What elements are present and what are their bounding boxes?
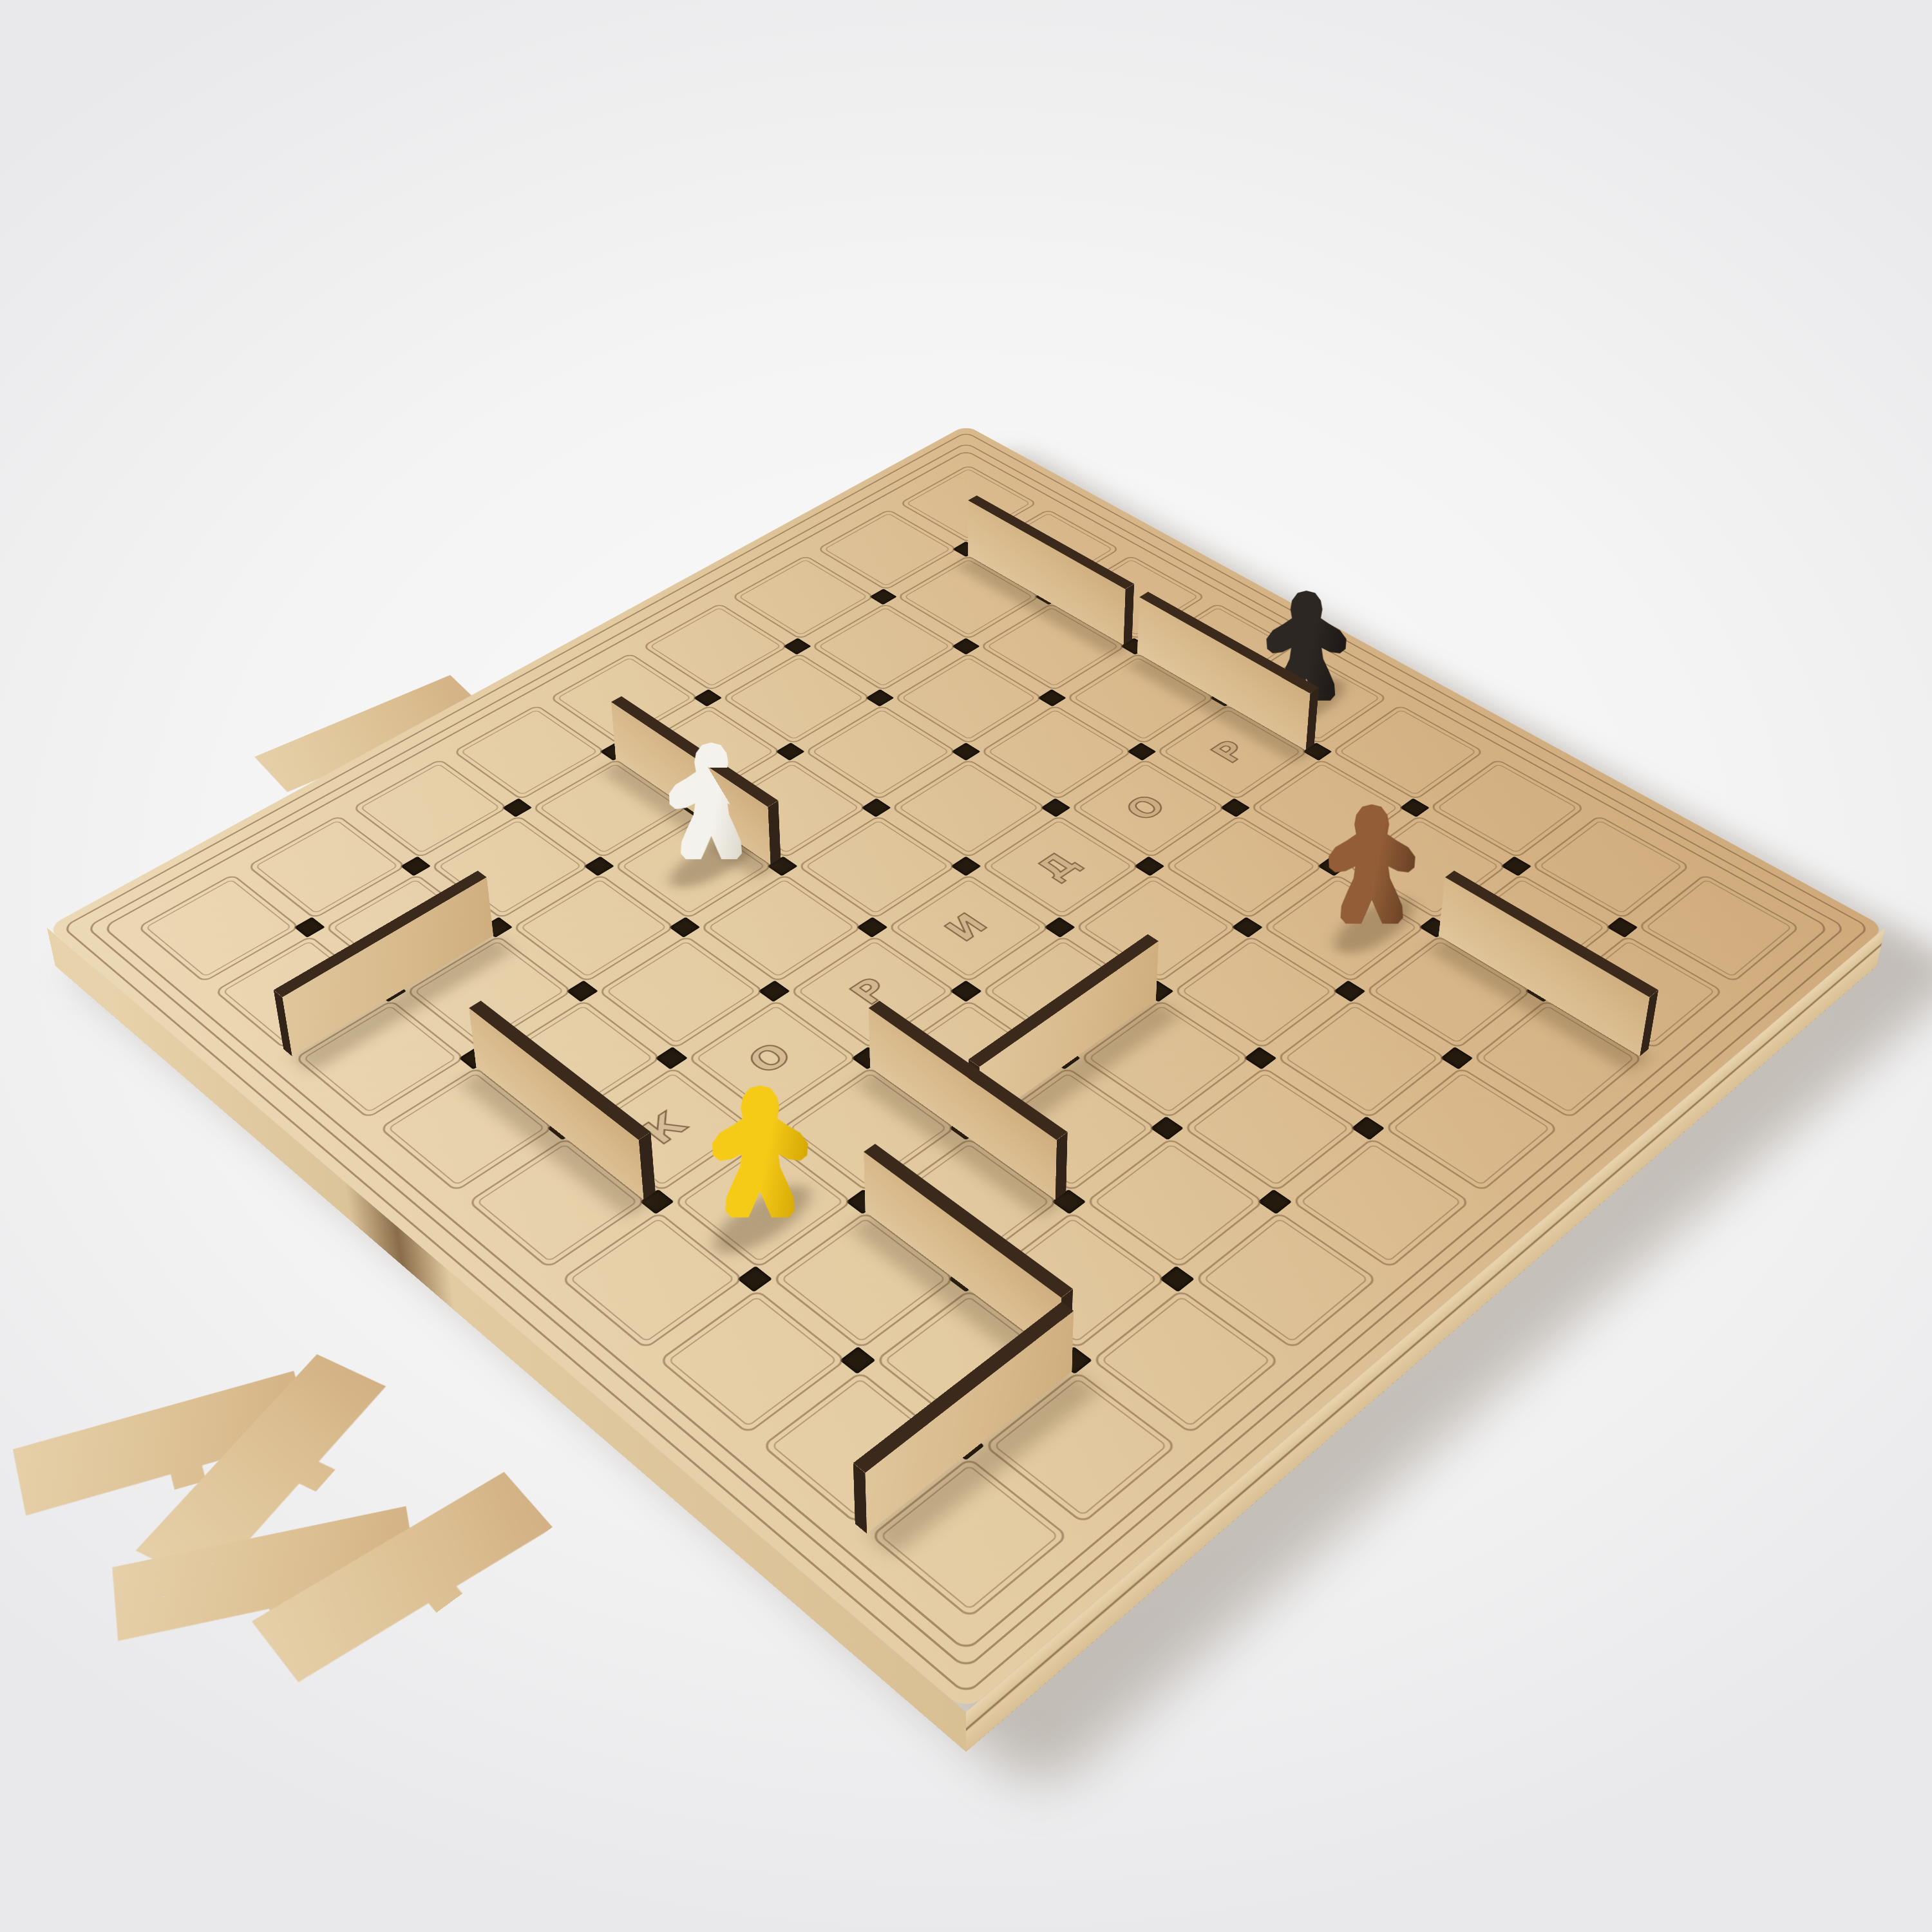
table-surface: КОРИДОР <box>0 79 1932 1932</box>
wall-end-edge-c6v <box>1056 1132 1068 1200</box>
scene: КОРИДОР <box>0 0 1932 1932</box>
